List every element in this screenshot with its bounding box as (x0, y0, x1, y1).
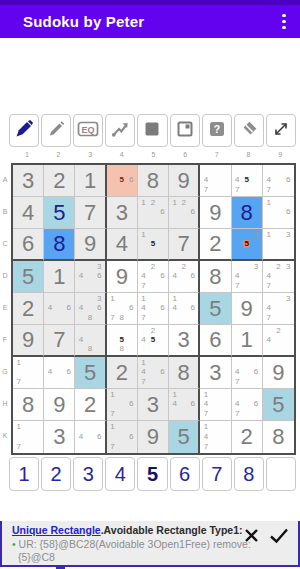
chain-tool-button[interactable] (105, 114, 135, 147)
candidate-1: 1 (139, 294, 148, 304)
svg-text:?: ? (213, 123, 219, 135)
candidate-4: 4 (201, 400, 210, 410)
cell-candidates: 13 (263, 229, 294, 259)
cell-C4[interactable]: 4 (107, 229, 138, 261)
cell-candidates: 346 (75, 261, 104, 292)
check-icon (269, 527, 289, 544)
cell-digit: 3 (13, 165, 43, 196)
row-label: B (0, 195, 10, 227)
cell-digit: 9 (138, 421, 168, 453)
cell-A8[interactable]: 457 (232, 165, 263, 197)
cell-digit: 1 (44, 261, 74, 292)
cell-C9[interactable]: 13 (263, 229, 294, 261)
cell-digit: 8 (13, 389, 43, 420)
cell-candidates: 1467 (138, 357, 168, 388)
candidate-1: 1 (264, 198, 274, 208)
candidate-1: 1 (108, 422, 117, 432)
analyze-tool-button[interactable]: EQ (73, 114, 103, 147)
cell-candidates: 35 (232, 229, 262, 259)
cell-K5[interactable]: 9 (138, 421, 169, 453)
candidate-7: 7 (233, 409, 242, 419)
cell-H8[interactable]: 467 (232, 389, 263, 421)
expand-icon (271, 119, 291, 143)
cell-digit: 9 (75, 229, 104, 259)
candidate-6: 6 (158, 368, 167, 378)
cell-A5[interactable]: 8 (138, 165, 169, 197)
cell-A7[interactable]: 47 (200, 165, 231, 197)
hint-actions (243, 527, 289, 544)
candidate-7: 7 (139, 313, 148, 323)
cell-H1[interactable]: 8 (13, 389, 44, 421)
candidate-7: 7 (264, 281, 274, 291)
cell-H4[interactable]: 167 (107, 389, 138, 421)
analyze-icon: EQ (77, 119, 99, 143)
cell-D7[interactable]: 8 (200, 261, 231, 293)
cell-H9[interactable]: 5 (263, 389, 294, 421)
candidate-3: 3 (95, 294, 104, 304)
cell-C3[interactable]: 9 (75, 229, 106, 261)
hint-panel: Unique Rectangle.Avoidable Rectangle Typ… (0, 521, 300, 567)
numpad-key-3[interactable]: 3 (73, 457, 103, 491)
cell-B7[interactable]: 9 (200, 197, 231, 229)
cell-candidates: 56 (107, 165, 137, 196)
cell-candidates: 167 (107, 421, 137, 453)
cell-F5[interactable]: 245 (138, 325, 169, 357)
candidate-6: 6 (188, 208, 197, 218)
candidate-4: 4 (201, 432, 210, 442)
cell-digit: 9 (13, 325, 43, 355)
cell-digit: 5 (169, 421, 198, 453)
cell-digit: 5 (44, 197, 74, 228)
candidate-7: 7 (14, 442, 23, 452)
cell-H3[interactable]: 2 (75, 389, 106, 421)
cell-K8[interactable]: 2 (232, 421, 263, 453)
candidate-7: 7 (108, 442, 117, 452)
candidate-1: 1 (170, 294, 179, 304)
cell-D9[interactable]: 2347 (263, 261, 294, 293)
candidate-8: 8 (86, 345, 95, 354)
pen-tool-button[interactable] (9, 114, 39, 147)
cell-E8[interactable]: 9 (232, 293, 263, 325)
fill-square-tool-button[interactable] (137, 114, 167, 147)
cell-H6[interactable]: 146 (169, 389, 200, 421)
cell-E5[interactable]: 1467 (138, 293, 169, 325)
cell-C1[interactable]: 6 (13, 229, 44, 261)
cell-digit: 8 (232, 197, 262, 228)
cell-F6[interactable]: 3 (169, 325, 200, 357)
expand-tool-button[interactable] (266, 114, 296, 147)
cell-C7[interactable]: 2 (200, 229, 231, 261)
cell-candidates: 467 (232, 357, 262, 388)
row-labels: ABCDEFGHK (0, 163, 10, 451)
cell-digit: 5 (13, 261, 43, 292)
chain-icon (110, 119, 130, 143)
candidate-4: 4 (170, 304, 179, 314)
candidate-1: 1 (108, 294, 117, 304)
cell-F4[interactable]: 58 (107, 325, 138, 357)
cell-H7[interactable]: 147 (200, 389, 231, 421)
candidate-4: 4 (264, 304, 274, 314)
cell-D4[interactable]: 9 (107, 261, 138, 293)
candidate-4: 4 (45, 304, 54, 314)
candidate-6: 6 (158, 208, 167, 218)
candidate-4: 4 (264, 335, 274, 344)
cell-candidates: 347 (263, 293, 294, 324)
number-pad: 12345678 (9, 457, 296, 491)
cell-E9[interactable]: 347 (263, 293, 294, 325)
column-label: 7 (201, 151, 233, 158)
cell-D3[interactable]: 346 (75, 261, 106, 293)
row-label: A (0, 163, 10, 195)
cell-E1[interactable]: 2 (13, 293, 44, 325)
pencil-tool-button[interactable] (41, 114, 71, 147)
candidate-6: 6 (126, 176, 135, 186)
candidate-6: 6 (95, 272, 104, 282)
candidate-7: 7 (233, 377, 242, 387)
candidate-1: 1 (14, 358, 23, 368)
cell-candidates: 58 (107, 325, 137, 355)
cell-F7[interactable]: 6 (200, 325, 231, 357)
cell-E7[interactable]: 5 (200, 293, 231, 325)
cell-B2[interactable]: 5 (44, 197, 75, 229)
cell-digit: 8 (138, 165, 168, 196)
dismiss-hint-button[interactable] (243, 527, 260, 544)
cell-B1[interactable]: 4 (13, 197, 44, 229)
candidate-2: 2 (148, 326, 157, 335)
cell-candidates: 17 (13, 421, 43, 453)
cell-candidates: 2467 (138, 261, 168, 292)
cell-digit: 2 (44, 165, 74, 196)
cell-digit: 5 (75, 357, 104, 388)
cell-B5[interactable]: 126 (138, 197, 169, 229)
cell-H2[interactable]: 9 (44, 389, 75, 421)
cell-A9[interactable]: 467 (263, 165, 294, 197)
cell-B9[interactable]: 16 (263, 197, 294, 229)
cell-F1[interactable]: 9 (13, 325, 44, 357)
candidate-2: 2 (179, 198, 188, 208)
toolbar: EQ? (9, 114, 296, 147)
candidate-4: 4 (233, 272, 242, 282)
cell-candidates: 147 (200, 389, 230, 420)
cell-B4[interactable]: 3 (107, 197, 138, 229)
pencil-icon (46, 119, 66, 143)
overflow-menu-icon[interactable] (276, 10, 292, 34)
cell-H5[interactable]: 3 (138, 389, 169, 421)
cell-D8[interactable]: 347 (232, 261, 263, 293)
candidate-3: 3 (283, 230, 293, 239)
candidate-4: 4 (233, 368, 242, 378)
candidate-4: 4 (201, 176, 210, 186)
candidate-1: 1 (170, 198, 179, 208)
candidate-4: 4 (76, 335, 85, 344)
candidate-2: 2 (274, 262, 284, 272)
numpad-key-5[interactable]: 5 (137, 457, 167, 491)
candidate-4: 4 (170, 400, 179, 410)
app-bar: Sudoku by Peter (0, 5, 300, 38)
cell-candidates: 245 (138, 325, 168, 355)
cell-C8[interactable]: 35 (232, 229, 263, 261)
row-label: G (0, 355, 10, 387)
candidate-7: 7 (139, 281, 148, 291)
cell-K9[interactable]: 8 (263, 421, 294, 453)
numpad-key-7[interactable]: 7 (202, 457, 232, 491)
candidate-7: 7 (233, 185, 242, 195)
cell-G1[interactable]: 17 (13, 357, 44, 389)
candidate-5: 5 (243, 240, 250, 248)
cell-K2[interactable]: 3 (44, 421, 75, 453)
cell-G9[interactable]: 9 (263, 357, 294, 389)
cell-digit: 2 (107, 357, 137, 388)
apply-hint-button[interactable] (269, 527, 289, 544)
cell-A4[interactable]: 56 (107, 165, 138, 197)
cell-digit: 9 (107, 261, 137, 292)
cell-candidates: 347 (232, 261, 262, 292)
cell-F8[interactable]: 1 (232, 325, 263, 357)
candidate-6: 6 (251, 368, 260, 378)
cell-D1[interactable]: 5 (13, 261, 44, 293)
cell-digit: 2 (200, 229, 230, 259)
close-icon (243, 527, 260, 544)
candidate-5: 5 (148, 335, 157, 344)
cell-digit: 2 (75, 389, 104, 420)
cell-candidates: 2347 (263, 261, 294, 292)
numpad-key-6[interactable]: 6 (170, 457, 200, 491)
candidate-8: 8 (86, 313, 95, 323)
help-icon: ? (207, 119, 227, 143)
candidate-1: 1 (201, 390, 210, 400)
cell-candidates: 126 (138, 197, 168, 228)
candidate-6: 6 (95, 304, 104, 314)
pen-icon (14, 119, 34, 143)
cell-digit: 2 (13, 293, 43, 324)
candidate-6: 6 (188, 400, 197, 410)
cell-digit: 3 (138, 389, 168, 420)
cell-D2[interactable]: 1 (44, 261, 75, 293)
column-label: 2 (43, 151, 75, 158)
cell-G2[interactable]: 46 (44, 357, 75, 389)
cell-candidates: 1467 (138, 293, 168, 324)
help-tool-button[interactable]: ? (202, 114, 232, 147)
numpad-key-2[interactable]: 2 (41, 457, 71, 491)
candidate-7: 7 (139, 377, 148, 387)
candidate-2: 2 (148, 262, 157, 272)
cell-C5[interactable]: 15 (138, 229, 169, 261)
candidate-2: 2 (148, 198, 157, 208)
cell-candidates: 146 (169, 293, 198, 324)
hint-title-line: Unique Rectangle.Avoidable Rectangle Typ… (12, 524, 258, 538)
candidate-1: 1 (139, 358, 148, 368)
column-label: 5 (138, 151, 170, 158)
cell-K4[interactable]: 167 (107, 421, 138, 453)
cell-G6[interactable]: 8 (169, 357, 200, 389)
row-label: C (0, 227, 10, 259)
candidate-4: 4 (170, 272, 179, 282)
cell-candidates: 1678 (107, 293, 137, 324)
cell-G5[interactable]: 1467 (138, 357, 169, 389)
cell-candidates: 46 (44, 293, 74, 324)
cell-digit: 6 (200, 325, 230, 355)
cell-K3[interactable]: 46 (75, 421, 106, 453)
candidate-5: 5 (242, 176, 251, 186)
cell-digit: 3 (200, 357, 230, 388)
eraser-icon (239, 119, 259, 143)
cell-digit: 4 (13, 197, 43, 228)
cell-digit: 5 (263, 389, 294, 420)
cell-K6[interactable]: 5 (169, 421, 200, 453)
candidate-4: 4 (139, 272, 148, 282)
numpad-key-4[interactable]: 4 (105, 457, 135, 491)
candidate-7: 7 (108, 313, 117, 323)
cell-digit: 8 (263, 421, 294, 453)
candidate-2: 2 (179, 262, 188, 272)
cell-B6[interactable]: 126 (169, 197, 200, 229)
cell-candidates: 46 (44, 357, 74, 388)
cell-digit: 8 (200, 261, 230, 292)
sudoku-grid: 3215689474574674573126126981668941572351… (11, 163, 296, 455)
candidate-4: 4 (264, 176, 274, 186)
candidate-1: 1 (139, 230, 148, 239)
svg-text:EQ: EQ (82, 124, 95, 134)
row-label: K (0, 419, 10, 451)
candidate-1: 1 (139, 198, 148, 208)
cell-digit: 8 (169, 357, 198, 388)
cell-E2[interactable]: 46 (44, 293, 75, 325)
cell-F3[interactable]: 48 (75, 325, 106, 357)
numpad-key-empty[interactable] (266, 457, 296, 491)
candidate-7: 7 (264, 313, 274, 323)
cell-F2[interactable]: 7 (44, 325, 75, 357)
cell-K7[interactable]: 147 (200, 421, 231, 453)
cell-candidates: 126 (169, 197, 198, 228)
cell-D6[interactable]: 246 (169, 261, 200, 293)
candidate-6: 6 (126, 400, 135, 410)
candidate-4: 4 (233, 176, 242, 186)
cell-candidates: 246 (169, 261, 198, 292)
cell-E3[interactable]: 3468 (75, 293, 106, 325)
candidate-6: 6 (158, 304, 167, 314)
candidate-6: 6 (188, 304, 197, 314)
row-label: F (0, 323, 10, 355)
cell-digit: 9 (169, 165, 198, 196)
cell-C2[interactable]: 8 (44, 229, 75, 261)
candidate-6: 6 (64, 368, 73, 378)
cell-candidates: 147 (200, 421, 230, 453)
cell-digit: 8 (44, 229, 74, 259)
cell-candidates: 46 (75, 421, 104, 453)
candidate-4: 4 (233, 400, 242, 410)
cell-A6[interactable]: 9 (169, 165, 200, 197)
numpad-key-1[interactable]: 1 (9, 457, 39, 491)
candidate-6: 6 (126, 304, 135, 314)
candidate-4: 4 (139, 368, 148, 378)
cell-candidates: 16 (263, 197, 294, 228)
candidate-6: 6 (158, 272, 167, 282)
cell-digit: 6 (13, 229, 43, 259)
candidate-5: 5 (117, 176, 126, 186)
candidate-5: 5 (148, 239, 157, 248)
candidate-4: 4 (139, 304, 148, 314)
candidate-4: 4 (139, 335, 148, 344)
cell-candidates: 17 (13, 357, 43, 388)
cell-digit: 5 (200, 293, 230, 324)
candidate-4: 4 (76, 432, 85, 442)
column-label: 1 (11, 151, 43, 158)
cell-F9[interactable]: 24 (263, 325, 294, 357)
candidate-3: 3 (95, 262, 104, 272)
cell-B8[interactable]: 8 (232, 197, 263, 229)
app-title: Sudoku by Peter (23, 13, 144, 30)
hint-link[interactable]: Unique Rectangle (12, 524, 101, 536)
candidate-1: 1 (170, 390, 179, 400)
cell-G4[interactable]: 2 (107, 357, 138, 389)
cell-G8[interactable]: 467 (232, 357, 263, 389)
cell-digit: 1 (232, 325, 262, 355)
column-label: 8 (233, 151, 265, 158)
cell-K1[interactable]: 17 (13, 421, 44, 453)
cell-C6[interactable]: 7 (169, 229, 200, 261)
cell-A2[interactable]: 2 (44, 165, 75, 197)
cell-candidates: 467 (232, 389, 262, 420)
column-labels: 123456789 (11, 151, 296, 158)
numpad-key-8[interactable]: 8 (234, 457, 264, 491)
cell-G7[interactable]: 3 (200, 357, 231, 389)
cell-candidates: 3468 (75, 293, 104, 324)
cell-digit: 2 (232, 421, 262, 453)
candidate-4: 4 (45, 368, 54, 378)
candidate-4: 4 (76, 272, 85, 282)
hint-removal: {5}@C8 (12, 551, 258, 565)
hint-detail: UR: {58}@BC28(Avoidable 3Open1Free) remo… (16, 538, 251, 550)
inset-square-tool-button[interactable] (170, 114, 200, 147)
cell-digit: 9 (263, 357, 294, 388)
candidate-1: 1 (201, 422, 210, 432)
cell-digit: 7 (169, 229, 198, 259)
candidate-3: 3 (251, 262, 260, 272)
inset-square-icon (175, 119, 195, 143)
cell-digit: 3 (44, 421, 74, 453)
cell-digit: 3 (169, 325, 198, 355)
column-label: 3 (74, 151, 106, 158)
cell-E4[interactable]: 1678 (107, 293, 138, 325)
candidate-6: 6 (251, 400, 260, 410)
cell-B3[interactable]: 7 (75, 197, 106, 229)
column-label: 9 (264, 151, 296, 158)
cell-D5[interactable]: 2467 (138, 261, 169, 293)
candidate-1: 1 (108, 390, 117, 400)
hint-title: .Avoidable Rectangle Type1: (101, 524, 243, 536)
cell-digit: 1 (75, 165, 104, 196)
cell-candidates: 48 (75, 325, 104, 355)
cell-G3[interactable]: 5 (75, 357, 106, 389)
cell-A1[interactable]: 3 (13, 165, 44, 197)
fill-square-icon (142, 119, 162, 143)
row-label: E (0, 291, 10, 323)
cell-E6[interactable]: 146 (169, 293, 200, 325)
column-label: 6 (169, 151, 201, 158)
candidate-6: 6 (283, 176, 293, 186)
eraser-tool-button[interactable] (234, 114, 264, 147)
candidate-6: 6 (95, 432, 104, 442)
candidate-4: 4 (76, 304, 85, 314)
cell-digit: 7 (75, 197, 104, 228)
hint-detail-line: • UR: {58}@BC28(Avoidable 3Open1Free) re… (12, 538, 258, 552)
cell-digit: 9 (44, 389, 74, 420)
cell-A3[interactable]: 1 (75, 165, 106, 197)
candidate-7: 7 (14, 377, 23, 387)
cell-candidates: 24 (263, 325, 294, 355)
cell-candidates: 457 (232, 165, 262, 196)
candidate-7: 7 (264, 185, 274, 195)
